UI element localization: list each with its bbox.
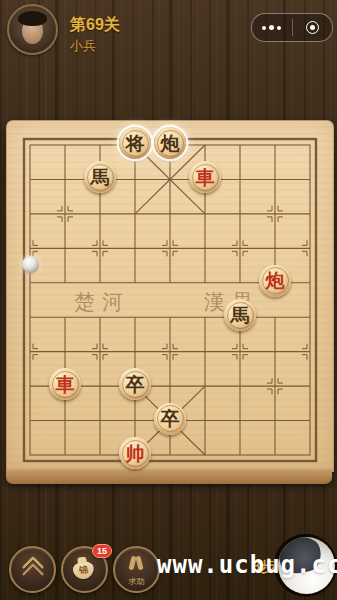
money-bag-icon: 锦 (72, 561, 95, 581)
xiangqi-piece-red-general[interactable]: 帅 (119, 437, 151, 469)
xiangqi-piece-black-general[interactable]: 将 (119, 127, 151, 159)
more-button[interactable] (252, 14, 292, 41)
xiangqi-piece-black-pawn[interactable]: 卒 (154, 403, 186, 435)
marble-decoration (22, 256, 39, 273)
board-edge (6, 470, 332, 484)
player-rank-label: 小兵 (70, 37, 96, 55)
badge-count: 15 (92, 544, 112, 558)
xiangqi-piece-red-cannon[interactable]: 炮 (259, 265, 291, 297)
help-label: 求助 (115, 576, 158, 587)
hint-bag-button[interactable]: 锦 15 (61, 546, 108, 593)
more-dots-icon (277, 26, 281, 30)
watermark: www.ucbug.cc (157, 551, 337, 579)
level-title: 第69关 (70, 15, 120, 36)
xiangqi-piece-red-chariot[interactable]: 車 (49, 368, 81, 400)
help-button[interactable]: 求助 (113, 546, 160, 593)
more-dots-icon (269, 25, 274, 30)
player-avatar[interactable] (7, 4, 58, 55)
xiangqi-piece-black-cannon[interactable]: 炮 (154, 127, 186, 159)
more-dots-icon (262, 26, 266, 30)
xiangqi-piece-black-horse[interactable]: 馬 (224, 299, 256, 331)
river-label-left: 楚河 (70, 288, 134, 316)
target-circle-icon (306, 21, 319, 34)
xiangqi-board[interactable]: 楚河 漢界 将炮馬車炮馬車卒卒帅 (6, 120, 332, 484)
minimize-button[interactable] (293, 14, 333, 41)
xiangqi-piece-black-pawn[interactable]: 卒 (119, 368, 151, 400)
wechat-capsule (251, 13, 333, 42)
expand-button[interactable] (9, 546, 56, 593)
praying-hands-icon (135, 556, 143, 571)
app-screen: 第69关 小兵 楚河 漢界 将炮馬車炮馬車卒卒帅 锦 15 求助 8步 www.… (0, 0, 337, 600)
